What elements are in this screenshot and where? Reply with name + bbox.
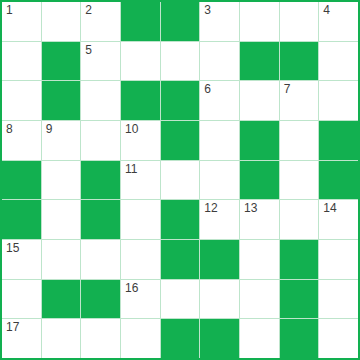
clue-number: 13 [244, 201, 257, 216]
blocked-cell [161, 200, 200, 239]
blocked-cell [280, 240, 319, 279]
grid-cell[interactable]: 9 [42, 121, 81, 160]
blocked-cell [319, 121, 358, 160]
grid-cell[interactable] [81, 319, 120, 358]
grid-cell[interactable] [161, 42, 200, 81]
grid-cell[interactable]: 8 [2, 121, 41, 160]
grid-cell[interactable] [81, 121, 120, 160]
clue-number: 12 [204, 201, 217, 216]
blocked-cell [161, 81, 200, 120]
grid-cell[interactable] [2, 81, 41, 120]
grid-cell[interactable] [121, 240, 160, 279]
grid-cell[interactable] [42, 161, 81, 200]
grid-cell[interactable]: 3 [200, 2, 239, 41]
clue-number: 6 [204, 82, 211, 97]
clue-number: 9 [46, 122, 53, 137]
clue-number: 11 [125, 162, 137, 177]
blocked-cell [161, 2, 200, 41]
grid-cell[interactable] [280, 2, 319, 41]
blocked-cell [240, 161, 279, 200]
clue-number: 2 [85, 3, 92, 18]
clue-number: 17 [6, 320, 19, 335]
blocked-cell [121, 2, 160, 41]
blocked-cell [81, 161, 120, 200]
grid-cell[interactable] [319, 280, 358, 319]
grid-cell[interactable] [121, 42, 160, 81]
grid-cell[interactable]: 12 [200, 200, 239, 239]
grid-cell[interactable] [2, 280, 41, 319]
grid-cell[interactable] [42, 240, 81, 279]
blocked-cell [161, 121, 200, 160]
blocked-cell [2, 161, 41, 200]
grid-cell[interactable]: 15 [2, 240, 41, 279]
crossword-board: 1234567891011121314151617 [0, 0, 360, 360]
blocked-cell [2, 200, 41, 239]
grid-cell[interactable]: 6 [200, 81, 239, 120]
grid-cell[interactable]: 5 [81, 42, 120, 81]
grid-cell[interactable] [161, 161, 200, 200]
clue-number: 5 [85, 43, 92, 58]
blocked-cell [280, 319, 319, 358]
grid-cell[interactable] [319, 319, 358, 358]
blocked-cell [319, 161, 358, 200]
grid-cell[interactable] [121, 319, 160, 358]
clue-number: 4 [323, 3, 330, 18]
blocked-cell [42, 280, 81, 319]
clue-number: 8 [6, 122, 13, 137]
grid-cell[interactable] [42, 2, 81, 41]
grid-cell[interactable]: 16 [121, 280, 160, 319]
grid-cell[interactable]: 4 [319, 2, 358, 41]
grid-cell[interactable]: 1 [2, 2, 41, 41]
grid-cell[interactable] [240, 319, 279, 358]
clue-number: 1 [6, 3, 13, 18]
grid-cell[interactable]: 11 [121, 161, 160, 200]
blocked-cell [161, 319, 200, 358]
clue-number: 14 [323, 201, 336, 216]
grid-cell[interactable] [200, 280, 239, 319]
grid-cell[interactable] [280, 121, 319, 160]
grid-cell[interactable]: 17 [2, 319, 41, 358]
grid-cell[interactable]: 2 [81, 2, 120, 41]
blocked-cell [200, 240, 239, 279]
grid-cell[interactable] [319, 81, 358, 120]
grid-cell[interactable] [240, 2, 279, 41]
blocked-cell [280, 42, 319, 81]
grid-cell[interactable] [42, 319, 81, 358]
clue-number: 16 [125, 281, 138, 296]
blocked-cell [240, 121, 279, 160]
grid-cell[interactable]: 10 [121, 121, 160, 160]
grid-cell[interactable] [121, 200, 160, 239]
grid-cell[interactable] [81, 81, 120, 120]
blocked-cell [42, 81, 81, 120]
blocked-cell [81, 280, 120, 319]
clue-number: 3 [204, 3, 211, 18]
grid-cell[interactable] [161, 280, 200, 319]
blocked-cell [42, 42, 81, 81]
grid-cell[interactable] [200, 42, 239, 81]
grid-cell[interactable] [319, 42, 358, 81]
blocked-cell [81, 200, 120, 239]
grid-cell[interactable] [2, 42, 41, 81]
grid-cell[interactable] [319, 240, 358, 279]
grid-cell[interactable] [200, 121, 239, 160]
blocked-cell [240, 42, 279, 81]
grid-cell[interactable] [42, 200, 81, 239]
blocked-cell [121, 81, 160, 120]
grid-cell[interactable]: 7 [280, 81, 319, 120]
clue-number: 15 [6, 241, 19, 256]
grid-cell[interactable]: 13 [240, 200, 279, 239]
clue-number: 7 [284, 82, 291, 97]
grid-cell[interactable] [200, 161, 239, 200]
blocked-cell [200, 319, 239, 358]
blocked-cell [280, 280, 319, 319]
grid-cell[interactable] [240, 81, 279, 120]
grid-cell[interactable]: 14 [319, 200, 358, 239]
grid-cell[interactable] [240, 280, 279, 319]
grid-cell[interactable] [280, 161, 319, 200]
grid-cell[interactable] [240, 240, 279, 279]
clue-number: 10 [125, 122, 138, 137]
blocked-cell [161, 240, 200, 279]
grid-cell[interactable] [280, 200, 319, 239]
grid-cell[interactable] [81, 240, 120, 279]
